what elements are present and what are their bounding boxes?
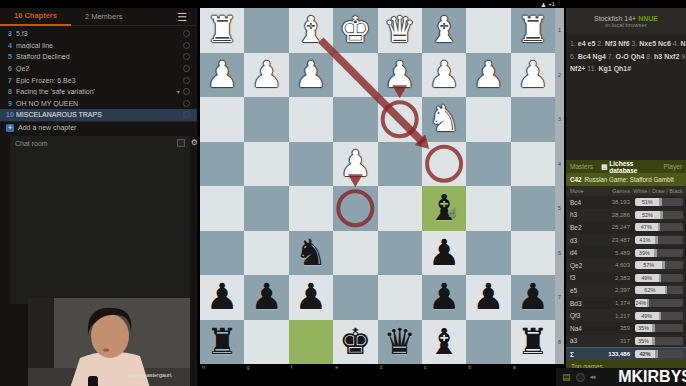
opening-name-bar: C42 Russian Game: Stafford Gambit	[566, 173, 686, 186]
white-pawn[interactable]: ♟	[289, 53, 333, 98]
square-e7[interactable]	[333, 275, 377, 320]
white-bishop[interactable]: ♝	[422, 8, 466, 53]
black-pawn[interactable]: ♟	[200, 275, 244, 320]
square-h5[interactable]	[200, 186, 244, 231]
db-move-row[interactable]: Bc438,19351%	[566, 196, 686, 209]
db-move-row[interactable]: f32,38349%	[566, 272, 686, 285]
square-f7[interactable]: ♟	[289, 275, 333, 320]
last-move-highlight	[289, 320, 333, 365]
chapter-status-icon[interactable]	[183, 42, 190, 49]
black-segment	[661, 312, 683, 320]
chapter-status-icon[interactable]	[183, 111, 190, 118]
tab-player[interactable]: Player	[660, 163, 686, 170]
square-f3[interactable]	[289, 97, 333, 142]
nnue-label: NNUE	[638, 15, 658, 22]
white-segment: 42%	[635, 350, 655, 358]
db-games: 1,374	[598, 300, 630, 306]
pawn-icon: ♟	[541, 1, 546, 8]
chapter-status-icon[interactable]	[183, 77, 190, 84]
result-bar: 41%	[635, 236, 683, 244]
move-list[interactable]: 1. e4 e5 2. Nf3 Nf6 3. Nxe5 Nc6 4. Nxc6.…	[566, 34, 686, 90]
square-g7[interactable]: ♟	[244, 275, 288, 320]
chat-room: Chat room ⚙	[10, 136, 190, 304]
square-f5[interactable]	[289, 186, 333, 231]
db-move: f3	[566, 274, 598, 281]
chapter-row[interactable]: 8Facing the 'safe variation'▾	[0, 86, 197, 98]
black-knight[interactable]: ♞	[289, 231, 333, 276]
result-bar: 49%	[635, 312, 683, 320]
square-a7[interactable]: ♟	[511, 275, 555, 320]
white-segment: 51%	[635, 198, 659, 206]
square-g6[interactable]	[244, 231, 288, 276]
square-e8[interactable]: ♚	[333, 320, 377, 365]
square-e4[interactable]: ♟	[333, 142, 377, 187]
black-segment	[657, 249, 683, 257]
db-games: 2,397	[598, 287, 630, 293]
db-move: Qe2	[566, 262, 598, 269]
square-h2[interactable]: ♟	[200, 53, 244, 98]
chapter-status-icon[interactable]	[183, 100, 190, 107]
square-b8[interactable]	[466, 320, 510, 365]
square-b1[interactable]	[466, 8, 510, 53]
database-column-headers: Move Games White / Draw / Black	[566, 186, 686, 196]
square-b6[interactable]	[466, 231, 510, 276]
result-bar: 35%	[635, 337, 683, 345]
black-pawn[interactable]: ♟	[422, 231, 466, 276]
db-games: 1,217	[598, 313, 630, 319]
white-segment: 47%	[635, 223, 658, 231]
black-king[interactable]: ♚	[333, 320, 377, 365]
square-d7[interactable]	[378, 275, 422, 320]
tab-lichess-database[interactable]: ▤ Lichess database	[597, 160, 659, 174]
square-d2[interactable]: ♟	[378, 53, 422, 98]
chapter-row[interactable]: 4magical line	[0, 40, 197, 52]
chapter-row[interactable]: 35.f3	[0, 28, 197, 40]
chat-title: Chat room	[15, 140, 48, 147]
db-move: Na4	[566, 325, 598, 332]
db-games: 23,487	[598, 237, 630, 243]
result-bar: 47%	[635, 223, 683, 231]
square-b3[interactable]	[466, 97, 510, 142]
white-pawn[interactable]: ♟	[466, 53, 510, 98]
square-e6[interactable]	[333, 231, 377, 276]
square-d4[interactable]	[378, 142, 422, 187]
chapter-number: 4	[4, 42, 16, 49]
db-move: Be2	[566, 224, 598, 231]
square-f6[interactable]: ♞	[289, 231, 333, 276]
square-a8[interactable]: ♜	[511, 320, 555, 365]
move-line[interactable]: 1. e4 e5 2. Nf3 Nf6 3. Nxe5 Nc6 4. Nxc	[570, 38, 682, 51]
add-chapter-button[interactable]: + Add a new chapter	[0, 121, 197, 134]
chapter-row[interactable]: 10MISCELANAROUS TRAPS	[0, 109, 197, 121]
engine-location: in local browser	[605, 22, 647, 28]
chapter-row[interactable]: 7Epic Frozen: 6.Be3	[0, 74, 197, 86]
db-move-row[interactable]: Qe24,60357%	[566, 259, 686, 272]
black-segment	[667, 286, 683, 294]
db-move-row[interactable]: Bd31,37424%	[566, 297, 686, 310]
chapter-title: MISCELANAROUS TRAPS	[16, 111, 183, 118]
db-move: a3	[566, 337, 598, 344]
black-pawn[interactable]: ♟	[244, 275, 288, 320]
book-icon: ▤	[601, 163, 607, 171]
white-queen[interactable]: ♛	[378, 8, 422, 53]
black-segment	[655, 324, 683, 332]
result-bar: 24%	[635, 299, 683, 307]
db-move: e5	[566, 287, 598, 294]
db-move-row[interactable]: d323,48741%	[566, 234, 686, 247]
rank-coordinates: 12345678	[555, 8, 564, 364]
white-pawn[interactable]: ♟	[200, 53, 244, 98]
square-c7[interactable]: ♟	[422, 275, 466, 320]
square-h6[interactable]	[200, 231, 244, 276]
black-segment	[649, 299, 683, 307]
square-c3[interactable]: ♞	[422, 97, 466, 142]
white-segment: 49%	[635, 312, 659, 320]
square-c8[interactable]: ♝	[422, 320, 466, 365]
add-chapter-label: Add a new chapter	[18, 124, 76, 131]
sidebar-tabbar: 10 Chapters 2 Members ☰	[0, 8, 197, 26]
square-g3[interactable]	[244, 97, 288, 142]
result-bar: 52%	[635, 211, 683, 219]
chapter-number: 3	[4, 30, 16, 37]
result-bar: 62%	[635, 286, 683, 294]
gear-icon[interactable]	[576, 373, 585, 382]
result-bar: 35%	[635, 324, 683, 332]
white-segment: 35%	[635, 337, 652, 345]
explorer-tabs: Masters ▤ Lichess database Player	[566, 160, 686, 173]
db-move-row[interactable]: Be225,24747%	[566, 221, 686, 234]
lichess-study-app: 10 Chapters 2 Members ☰ 35.f34magical li…	[0, 0, 686, 386]
black-segment	[655, 337, 683, 345]
white-segment: 24%	[635, 299, 647, 307]
tab-members[interactable]: 2 Members	[71, 8, 137, 25]
skip-to-start-icon[interactable]: ◂◂	[590, 373, 595, 381]
white-segment: 57%	[635, 261, 662, 269]
square-a6[interactable]	[511, 231, 555, 276]
db-move-row[interactable]: a331735%	[566, 335, 686, 348]
white-segment: 41%	[635, 236, 655, 244]
database-rows: Bc438,19351%h328,28652%Be225,24747%d323,…	[566, 196, 686, 361]
menu-icon[interactable]: ☰	[177, 12, 187, 22]
db-games: 38,193	[598, 199, 630, 205]
chapter-number: 5	[4, 53, 16, 60]
chess-board: ♜♝♚♛♝♜♟♟♟♟♟♟♟♞♟♝♞♟♟♟♟♟♟♟♜♚♛♝♜ ☝	[200, 8, 555, 364]
square-e1[interactable]: ♚	[333, 8, 377, 53]
chapter-row[interactable]: 6Qe2	[0, 63, 197, 75]
square-b5[interactable]	[466, 186, 510, 231]
black-segment	[663, 211, 683, 219]
result-bar: 51%	[635, 198, 683, 206]
move-line[interactable]: Nf2+ 11. Kg1 Qh1#	[570, 63, 682, 76]
settings-icon[interactable]: ⚙	[191, 138, 198, 147]
white-segment: 39%	[635, 249, 654, 257]
top-games-header[interactable]: Top games	[566, 360, 686, 368]
white-pawn[interactable]: ♟	[244, 53, 288, 98]
square-f2[interactable]: ♟	[289, 53, 333, 98]
result-bar: 49%	[635, 274, 683, 282]
chapter-status-icon[interactable]	[183, 53, 190, 60]
db-move: Bd3	[566, 300, 598, 307]
white-rook[interactable]: ♜	[200, 8, 244, 53]
eco-code: C42	[570, 176, 582, 183]
white-bishop[interactable]: ♝	[289, 8, 333, 53]
file-coordinates: hgfedcba	[200, 364, 555, 372]
white-segment: 35%	[635, 324, 652, 332]
square-g5[interactable]	[244, 186, 288, 231]
chapter-number: 8	[4, 88, 16, 95]
black-pawn[interactable]: ♟	[289, 275, 333, 320]
engine-header[interactable]: Stockfish 14+ NNUE in local browser	[566, 8, 686, 34]
white-pawn[interactable]: ♟	[422, 53, 466, 98]
square-h3[interactable]	[200, 97, 244, 142]
square-f1[interactable]: ♝	[289, 8, 333, 53]
square-c4[interactable]	[422, 142, 466, 187]
square-d8[interactable]: ♛	[378, 320, 422, 365]
square-d6[interactable]	[378, 231, 422, 276]
db-move: d4	[566, 249, 598, 256]
chapter-title: OH NO MY QUEEN	[16, 100, 183, 107]
square-d1[interactable]: ♛	[378, 8, 422, 53]
square-e2[interactable]	[333, 53, 377, 98]
square-e3[interactable]	[333, 97, 377, 142]
black-rook[interactable]: ♜	[200, 320, 244, 365]
chapter-title: magical line	[16, 42, 183, 49]
square-c6[interactable]: ♟	[422, 231, 466, 276]
chapter-status-icon[interactable]	[183, 30, 190, 37]
db-games: 359	[598, 325, 630, 331]
chapter-title: Epic Frozen: 6.Be3	[16, 77, 183, 84]
black-pawn[interactable]: ♟	[466, 275, 510, 320]
white-pawn[interactable]: ♟	[333, 142, 377, 187]
square-g8[interactable]	[244, 320, 288, 365]
black-bishop[interactable]: ♝	[422, 320, 466, 365]
square-g2[interactable]: ♟	[244, 53, 288, 98]
square-c1[interactable]: ♝	[422, 8, 466, 53]
opening-name: Russian Game: Stafford Gambit	[585, 176, 674, 183]
db-games: 25,247	[598, 224, 630, 230]
chapter-status-icon[interactable]	[183, 88, 190, 95]
db-move-row[interactable]: h328,28652%	[566, 209, 686, 222]
move-line[interactable]: 6. Bc4 Ng4 7. O-O Qh4 8. h3 Nxf2 9. Q	[570, 51, 682, 64]
black-segment	[665, 261, 683, 269]
analysis-panel: Stockfish 14+ NNUE in local browser 1. e…	[566, 8, 686, 368]
black-segment	[662, 198, 683, 206]
square-e5[interactable]	[333, 186, 377, 231]
chapter-title: Qe2	[16, 65, 183, 72]
db-move: Bc4	[566, 199, 598, 206]
white-segment: 52%	[635, 211, 660, 219]
db-games: 28,286	[598, 212, 630, 218]
db-games: 2,383	[598, 275, 630, 281]
square-a2[interactable]: ♟	[511, 53, 555, 98]
db-games: 133,486	[598, 351, 630, 357]
db-games: 317	[598, 338, 630, 344]
square-f8[interactable]	[289, 320, 333, 365]
db-games: 4,603	[598, 262, 630, 268]
tab-chapters[interactable]: 10 Chapters	[0, 7, 71, 26]
chapter-list: 35.f34magical line5Stafford Declined6Qe2…	[0, 28, 197, 121]
square-b2[interactable]: ♟	[466, 53, 510, 98]
chevron-down-icon: ▾	[177, 88, 180, 95]
db-move: d3	[566, 237, 598, 244]
square-c5[interactable]: ♝	[422, 186, 466, 231]
db-move: Qf3	[566, 312, 598, 319]
db-move: h3	[566, 211, 598, 218]
square-h1[interactable]: ♜	[200, 8, 244, 53]
black-segment	[661, 274, 683, 282]
black-pawn[interactable]: ♟	[422, 275, 466, 320]
board-squares: ♜♝♚♛♝♜♟♟♟♟♟♟♟♞♟♝♞♟♟♟♟♟♟♟♜♚♛♝♜	[200, 8, 555, 364]
square-b7[interactable]: ♟	[466, 275, 510, 320]
square-f4[interactable]	[289, 142, 333, 187]
square-d5[interactable]	[378, 186, 422, 231]
white-rook[interactable]: ♜	[511, 8, 555, 53]
db-move-row[interactable]: d45,48939%	[566, 246, 686, 259]
db-move-row[interactable]: Na435935%	[566, 322, 686, 335]
chapter-status-icon[interactable]	[183, 65, 190, 72]
square-g4[interactable]	[244, 142, 288, 187]
explorer-book-icon[interactable]: ▤	[562, 372, 571, 382]
study-sidebar: 10 Chapters 2 Members ☰ 35.f34magical li…	[0, 8, 197, 386]
bottom-toolbar: ▤ ◂◂ MKIRBYS	[556, 368, 686, 386]
white-pawn[interactable]: ♟	[511, 53, 555, 98]
square-a3[interactable]	[511, 97, 555, 142]
white-pawn[interactable]: ♟	[378, 53, 422, 98]
black-segment	[660, 223, 683, 231]
square-a5[interactable]	[511, 186, 555, 231]
db-games: 5,489	[598, 250, 630, 256]
square-a4[interactable]	[511, 142, 555, 187]
chapter-number: 9	[4, 100, 16, 107]
black-queen[interactable]: ♛	[378, 320, 422, 365]
white-knight[interactable]: ♞	[422, 97, 466, 142]
square-a1[interactable]: ♜	[511, 8, 555, 53]
chapter-title: Stafford Declined	[16, 53, 183, 60]
result-bar: 42%	[635, 350, 683, 358]
chapter-row[interactable]: 9OH NO MY QUEEN	[0, 98, 197, 110]
chat-toggle-checkbox[interactable]	[177, 139, 185, 147]
square-h8[interactable]: ♜	[200, 320, 244, 365]
chapter-title: Facing the 'safe variation'	[16, 88, 177, 95]
square-c2[interactable]: ♟	[422, 53, 466, 98]
chapter-number: 7	[4, 77, 16, 84]
square-h4[interactable]	[200, 142, 244, 187]
square-g1[interactable]	[244, 8, 288, 53]
material-advantage-badge: ♟ +1	[490, 0, 555, 8]
white-king[interactable]: ♚	[333, 8, 377, 53]
webcam-caption: grandmastergauri.	[128, 372, 173, 378]
tab-masters[interactable]: Masters	[566, 163, 597, 170]
result-bar: 57%	[635, 261, 683, 269]
chapter-number: 10	[4, 111, 16, 118]
white-segment: 62%	[635, 286, 665, 294]
black-segment	[658, 350, 683, 358]
engine-name: Stockfish 14+ NNUE	[594, 15, 658, 22]
db-move-row[interactable]: e52,39762%	[566, 284, 686, 297]
result-bar: 39%	[635, 249, 683, 257]
db-move-row[interactable]: Σ133,48642%	[566, 347, 686, 361]
square-b4[interactable]	[466, 142, 510, 187]
square-h7[interactable]: ♟	[200, 275, 244, 320]
white-segment: 49%	[635, 274, 659, 282]
black-pawn[interactable]: ♟	[511, 275, 555, 320]
plus-icon: +	[6, 124, 14, 132]
chapter-number: 6	[4, 65, 16, 72]
square-d3[interactable]	[378, 97, 422, 142]
db-move-row[interactable]: Qf31,21749%	[566, 309, 686, 322]
db-move: Σ	[566, 351, 598, 358]
black-bishop[interactable]: ♝	[422, 186, 466, 231]
stream-watermark: MKIRBYS	[618, 368, 686, 386]
black-rook[interactable]: ♜	[511, 320, 555, 365]
chapter-row[interactable]: 5Stafford Declined	[0, 51, 197, 63]
chapter-title: 5.f3	[16, 30, 183, 37]
black-segment	[658, 236, 683, 244]
